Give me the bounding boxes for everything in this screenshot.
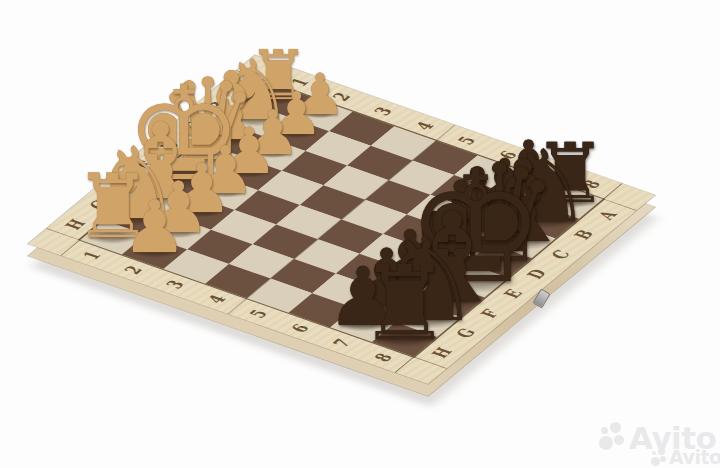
coordinate-label: D bbox=[155, 138, 184, 152]
avito-watermark-small: Avito bbox=[651, 446, 720, 468]
coordinate-label: A bbox=[227, 80, 256, 94]
coordinate-label: 5 bbox=[452, 134, 480, 147]
coordinate-label: 6 bbox=[494, 148, 522, 161]
coordinate-label: E bbox=[499, 287, 527, 301]
coordinate-label: 1 bbox=[286, 75, 314, 88]
watermark-text-small: Avito bbox=[669, 446, 720, 468]
coordinate-label: C bbox=[546, 247, 575, 261]
coordinate-label: 8 bbox=[577, 177, 605, 190]
coordinate-label: 4 bbox=[411, 119, 439, 132]
chess-board: 12345678 12345678 ABCDEFGH ABCDEFGH bbox=[28, 55, 655, 384]
coordinate-label: 8 bbox=[369, 351, 397, 364]
coordinate-label: 3 bbox=[369, 104, 397, 117]
coordinate-label: 1 bbox=[78, 249, 106, 262]
coordinate-label: D bbox=[522, 267, 551, 281]
coordinate-label: B bbox=[569, 227, 598, 241]
coordinate-label: 3 bbox=[161, 278, 189, 291]
coordinate-label: G bbox=[451, 326, 480, 340]
coordinate-label: F bbox=[109, 178, 137, 191]
coordinate-label: E bbox=[132, 158, 160, 172]
coordinate-label: 2 bbox=[119, 263, 147, 276]
coordinate-label: C bbox=[179, 119, 208, 133]
coordinate-label: 5 bbox=[244, 307, 272, 320]
avito-logo-icon bbox=[599, 422, 629, 454]
coordinate-label: H bbox=[60, 217, 90, 232]
coordinate-label: A bbox=[593, 208, 622, 222]
avito-logo-icon-small bbox=[651, 448, 669, 467]
coordinate-label: 7 bbox=[536, 163, 564, 176]
coordinate-label: G bbox=[84, 197, 113, 211]
coordinate-label: H bbox=[427, 345, 457, 360]
coordinate-label: 7 bbox=[328, 336, 356, 349]
coordinate-label: 6 bbox=[286, 321, 314, 334]
coordinate-label: 2 bbox=[327, 90, 355, 103]
coordinate-label: 4 bbox=[203, 292, 231, 305]
coordinate-label: B bbox=[203, 99, 232, 113]
coordinate-label: F bbox=[475, 307, 503, 320]
chess-set-photo: 12345678 12345678 ABCDEFGH ABCDEFGH ♜♞♝♛… bbox=[0, 0, 720, 468]
